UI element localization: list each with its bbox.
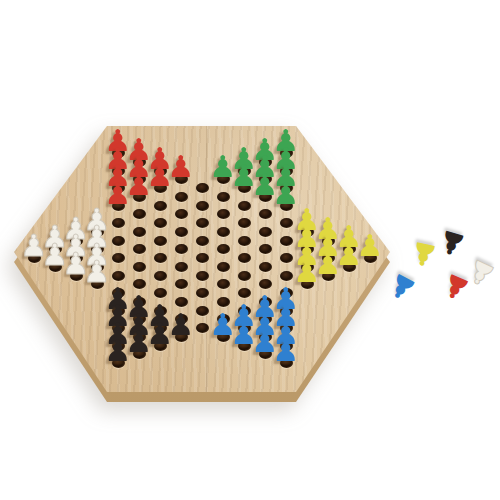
hole (175, 192, 188, 202)
hole (238, 218, 251, 228)
hole (280, 218, 293, 228)
hole (238, 236, 251, 246)
hole (259, 244, 272, 254)
hole (112, 253, 125, 263)
hole (133, 209, 146, 219)
hole (259, 227, 272, 237)
hole (196, 323, 209, 333)
hole (133, 244, 146, 254)
hole (175, 297, 188, 307)
hole (238, 271, 251, 281)
hole (112, 218, 125, 228)
hole (154, 253, 167, 263)
peg-black: ♟ (103, 336, 133, 366)
hole (196, 218, 209, 228)
hole (154, 218, 167, 228)
hole (154, 201, 167, 211)
hole (133, 227, 146, 237)
hole (217, 279, 230, 289)
hole (280, 253, 293, 263)
hole (196, 236, 209, 246)
hole (238, 288, 251, 298)
hole (259, 262, 272, 272)
hole (238, 201, 251, 211)
hole (175, 279, 188, 289)
hole (217, 297, 230, 307)
hole (196, 253, 209, 263)
hole (154, 288, 167, 298)
hole (280, 271, 293, 281)
hole (196, 306, 209, 316)
hole (175, 244, 188, 254)
hole (196, 201, 209, 211)
hole (280, 236, 293, 246)
hole (217, 209, 230, 219)
hole (217, 227, 230, 237)
hole (196, 183, 209, 193)
hole (112, 236, 125, 246)
product-photo: ♟♟♟♟♟♟♟♟♟♟♟♟♟♟♟♟♟♟♟♟♟♟♟♟♟♟♟♟♟♟♟♟♟♟♟♟♟♟♟♟… (0, 0, 500, 500)
hole (112, 271, 125, 281)
peg-blue: ♟ (271, 336, 301, 366)
hole (133, 262, 146, 272)
hole (175, 262, 188, 272)
hole (175, 209, 188, 219)
hole (259, 209, 272, 219)
hole (196, 271, 209, 281)
hole (217, 192, 230, 202)
hole (154, 236, 167, 246)
hole (196, 288, 209, 298)
hole (238, 253, 251, 263)
hole (259, 279, 272, 289)
hole (175, 227, 188, 237)
hole (217, 262, 230, 272)
hole (133, 279, 146, 289)
hole (154, 271, 167, 281)
hole (217, 244, 230, 254)
